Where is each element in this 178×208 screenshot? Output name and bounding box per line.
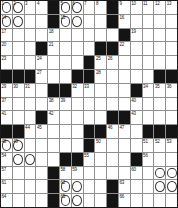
cell-r6c8[interactable] <box>95 84 106 97</box>
clue-number: 62 <box>61 180 66 185</box>
cell-r7c1[interactable] <box>13 98 24 111</box>
cell-r10c6[interactable] <box>72 139 83 152</box>
clue-number: 41 <box>2 111 7 116</box>
circle-marker <box>72 195 82 206</box>
cell-r3c1[interactable] <box>13 42 24 55</box>
block-r14c9 <box>107 194 118 207</box>
cell-r5c3[interactable]: 27 <box>36 70 47 83</box>
cell-r5c10[interactable] <box>119 70 130 83</box>
cell-r3c7[interactable] <box>84 42 95 55</box>
cell-r8c6[interactable] <box>72 111 83 124</box>
cell-r12c9[interactable] <box>107 167 118 180</box>
clue-number: 38 <box>49 98 54 103</box>
cell-r9c5[interactable] <box>60 125 71 138</box>
clue-number: 31 <box>25 84 30 89</box>
cell-r7c11[interactable]: 40 <box>131 98 142 111</box>
cell-r0c14[interactable]: 13 <box>166 1 177 14</box>
block-r3c9 <box>107 42 118 55</box>
cell-r14c10[interactable]: 66 <box>119 194 130 207</box>
clue-number: 61 <box>2 180 7 185</box>
cell-r3c11[interactable] <box>131 42 142 55</box>
cell-r6c12[interactable]: 34 <box>143 84 154 97</box>
cell-r10c5[interactable] <box>60 139 71 152</box>
clue-number: 2 <box>13 1 15 6</box>
clue-number: 4 <box>37 1 39 6</box>
cell-r7c14[interactable] <box>166 98 177 111</box>
cell-r6c6[interactable]: 32 <box>72 84 83 97</box>
clue-number: 45 <box>37 125 42 130</box>
cell-r3c0[interactable]: 20 <box>1 42 12 55</box>
clue-number: 9 <box>120 1 122 6</box>
circle-marker <box>13 154 23 165</box>
clue-number: 48 <box>2 139 7 144</box>
clue-number: 59 <box>72 167 77 172</box>
cell-r2c2[interactable] <box>25 29 36 42</box>
clue-number: 17 <box>2 29 7 34</box>
cell-r7c13[interactable] <box>154 98 165 111</box>
cell-r0c6[interactable]: 6 <box>72 1 83 14</box>
cell-r0c5[interactable]: 5 <box>60 1 71 14</box>
cell-r4c8[interactable]: 25 <box>95 56 106 69</box>
cell-r3c12[interactable] <box>143 42 154 55</box>
cell-r11c7[interactable]: 55 <box>84 153 95 166</box>
cell-r10c9[interactable] <box>107 139 118 152</box>
clue-number: 16 <box>120 15 125 20</box>
cell-r1c2[interactable] <box>25 15 36 28</box>
cell-r2c6[interactable] <box>72 29 83 42</box>
clue-number: 63 <box>120 180 125 185</box>
cell-r1c13[interactable] <box>154 15 165 28</box>
cell-r14c12[interactable] <box>143 194 154 207</box>
cell-r8c8[interactable] <box>95 111 106 124</box>
block-r9c13 <box>154 125 165 138</box>
block-r5c7 <box>84 70 95 83</box>
clue-number: 54 <box>2 153 7 158</box>
cell-r2c11[interactable]: 19 <box>131 29 142 42</box>
cell-r2c0[interactable]: 17 <box>1 29 12 42</box>
cell-r9c4[interactable] <box>48 125 59 138</box>
cell-r13c2[interactable] <box>25 180 36 193</box>
cell-r10c1[interactable]: 49 <box>13 139 24 152</box>
cell-r12c13[interactable] <box>154 167 165 180</box>
cell-r11c8[interactable] <box>95 153 106 166</box>
cell-r5c4[interactable] <box>48 70 59 83</box>
cell-r0c3[interactable]: 4 <box>36 1 47 14</box>
clue-number: 46 <box>108 125 113 130</box>
cell-r8c12[interactable] <box>143 111 154 124</box>
cell-r10c13[interactable]: 52 <box>154 139 165 152</box>
cell-r12c11[interactable]: 60 <box>131 167 142 180</box>
clue-number: 28 <box>96 70 101 75</box>
cell-r10c0[interactable]: 48 <box>1 139 12 152</box>
cell-r0c2[interactable]: 3 <box>25 1 36 14</box>
cell-r7c10[interactable] <box>119 98 130 111</box>
cell-r1c8[interactable] <box>95 15 106 28</box>
clue-number: 56 <box>143 153 148 158</box>
cell-r14c3[interactable] <box>36 194 47 207</box>
cell-r13c3[interactable] <box>36 180 47 193</box>
block-r0c4 <box>48 1 59 14</box>
clue-number: 44 <box>25 125 30 130</box>
clue-number: 18 <box>49 29 54 34</box>
cell-r1c11[interactable] <box>131 15 142 28</box>
cell-r6c1[interactable]: 30 <box>13 84 24 97</box>
cell-r1c14[interactable] <box>166 15 177 28</box>
cell-r12c8[interactable] <box>95 167 106 180</box>
cell-r8c0[interactable]: 41 <box>1 111 12 124</box>
cell-r11c13[interactable] <box>154 153 165 166</box>
cell-r12c10[interactable] <box>119 167 130 180</box>
block-r6c5 <box>60 84 71 97</box>
cell-r5c8[interactable]: 28 <box>95 70 106 83</box>
block-r5c13 <box>154 70 165 83</box>
cell-r12c3[interactable] <box>36 167 47 180</box>
cell-r6c2[interactable]: 31 <box>25 84 36 97</box>
cell-r1c7[interactable] <box>84 15 95 28</box>
cell-r5c12[interactable] <box>143 70 154 83</box>
cell-r3c2[interactable] <box>25 42 36 55</box>
clue-number: 33 <box>84 84 89 89</box>
cell-r0c10[interactable]: 9 <box>119 1 130 14</box>
clue-number: 52 <box>155 139 160 144</box>
cell-r3c14[interactable] <box>166 42 177 55</box>
clue-number: 36 <box>167 84 172 89</box>
cell-r11c12[interactable]: 56 <box>143 153 154 166</box>
cell-r6c0[interactable]: 29 <box>1 84 12 97</box>
block-r5c1 <box>13 70 24 83</box>
clue-number: 6 <box>72 1 74 6</box>
cell-r11c4[interactable] <box>48 153 59 166</box>
block-r5c0 <box>1 70 12 83</box>
cell-r2c9[interactable] <box>107 29 118 42</box>
block-r6c4 <box>48 84 59 97</box>
cell-r2c4[interactable]: 18 <box>48 29 59 42</box>
cell-r1c6[interactable] <box>72 15 83 28</box>
cell-r2c7[interactable] <box>84 29 95 42</box>
block-r13c9 <box>107 180 118 193</box>
cell-r4c1[interactable] <box>13 56 24 69</box>
cell-r1c10[interactable]: 16 <box>119 15 130 28</box>
cell-r0c0[interactable]: 1 <box>1 1 12 14</box>
clue-number: 57 <box>2 167 7 172</box>
block-r3c8 <box>95 42 106 55</box>
cell-r6c9[interactable] <box>107 84 118 97</box>
block-r10c7 <box>84 139 95 152</box>
cell-r2c12[interactable] <box>143 29 154 42</box>
cell-r12c7[interactable] <box>84 167 95 180</box>
clue-number: 3 <box>25 1 27 6</box>
cell-r11c3[interactable] <box>36 153 47 166</box>
clue-number: 25 <box>96 56 101 61</box>
cell-r10c14[interactable]: 53 <box>166 139 177 152</box>
cell-r5c11[interactable] <box>131 70 142 83</box>
clue-number: 20 <box>2 42 7 47</box>
cell-r13c7[interactable] <box>84 180 95 193</box>
cell-r10c11[interactable] <box>131 139 142 152</box>
clue-number: 66 <box>120 194 125 199</box>
cell-r3c4[interactable]: 21 <box>48 42 59 55</box>
cell-r7c0[interactable]: 37 <box>1 98 12 111</box>
cell-r12c6[interactable]: 59 <box>72 167 83 180</box>
cell-r14c6[interactable] <box>72 194 83 207</box>
cell-r11c2[interactable] <box>25 153 36 166</box>
cell-r14c13[interactable] <box>154 194 165 207</box>
clue-number: 47 <box>120 125 125 130</box>
block-r11c6 <box>72 153 83 166</box>
cell-r10c4[interactable] <box>48 139 59 152</box>
clue-number: 29 <box>2 84 7 89</box>
cell-r4c2[interactable] <box>25 56 36 69</box>
cell-r8c2[interactable] <box>25 111 36 124</box>
cell-r9c6[interactable] <box>72 125 83 138</box>
cell-r14c2[interactable] <box>25 194 36 207</box>
cell-r4c3[interactable]: 24 <box>36 56 47 69</box>
cell-r2c1[interactable] <box>13 29 24 42</box>
clue-number: 65 <box>61 194 66 199</box>
cell-r11c10[interactable] <box>119 153 130 166</box>
block-r5c6 <box>72 70 83 83</box>
clue-number: 30 <box>13 84 18 89</box>
block-r5c14 <box>166 70 177 83</box>
clue-number: 55 <box>84 153 89 158</box>
circle-marker <box>72 181 82 192</box>
cell-r11c1[interactable] <box>13 153 24 166</box>
cell-r7c7[interactable] <box>84 98 95 111</box>
cell-r4c11[interactable] <box>131 56 142 69</box>
cell-r11c9[interactable] <box>107 153 118 166</box>
block-r1c9 <box>107 15 118 28</box>
clue-number: 50 <box>96 139 101 144</box>
clue-number: 58 <box>61 167 66 172</box>
cell-r1c3[interactable] <box>36 15 47 28</box>
cell-r8c4[interactable]: 42 <box>48 111 59 124</box>
clue-number: 51 <box>143 139 148 144</box>
cell-r13c1[interactable] <box>13 180 24 193</box>
block-r11c11 <box>131 153 142 166</box>
block-r11c5 <box>60 153 71 166</box>
clue-number: 40 <box>131 98 136 103</box>
cell-r12c12[interactable] <box>143 167 154 180</box>
cell-r1c1[interactable] <box>13 15 24 28</box>
cell-r8c11[interactable]: 43 <box>131 111 142 124</box>
block-r0c9 <box>107 1 118 14</box>
clue-number: 12 <box>155 1 160 6</box>
circle-marker <box>13 16 23 27</box>
cell-r13c14[interactable] <box>166 180 177 193</box>
block-r8c10 <box>119 111 130 124</box>
cell-r2c8[interactable] <box>95 29 106 42</box>
clue-number: 39 <box>61 98 66 103</box>
cell-r6c14[interactable]: 36 <box>166 84 177 97</box>
cell-r2c14[interactable] <box>166 29 177 42</box>
cell-r13c8[interactable] <box>95 180 106 193</box>
cell-r14c0[interactable]: 64 <box>1 194 12 207</box>
cell-r4c5[interactable] <box>60 56 71 69</box>
clue-number: 42 <box>49 111 54 116</box>
block-r8c3 <box>36 111 47 124</box>
cell-r13c0[interactable]: 61 <box>1 180 12 193</box>
cell-r6c3[interactable] <box>36 84 47 97</box>
cell-r10c10[interactable] <box>119 139 130 152</box>
circle-marker <box>155 181 165 192</box>
clue-number: 24 <box>37 56 42 61</box>
block-r9c8 <box>95 125 106 138</box>
cell-r0c12[interactable]: 11 <box>143 1 154 14</box>
cell-r0c7[interactable]: 7 <box>84 1 95 14</box>
block-r6c11 <box>131 84 142 97</box>
cell-r1c5[interactable]: 15 <box>60 15 71 28</box>
cell-r5c9[interactable] <box>107 70 118 83</box>
cell-r1c12[interactable] <box>143 15 154 28</box>
cell-r8c14[interactable] <box>166 111 177 124</box>
cell-r7c8[interactable] <box>95 98 106 111</box>
block-r13c4 <box>48 180 59 193</box>
circle-marker <box>25 154 35 165</box>
cell-r13c10[interactable]: 63 <box>119 180 130 193</box>
cell-r13c6[interactable] <box>72 180 83 193</box>
block-r9c0 <box>1 125 12 138</box>
block-r4c7 <box>84 56 95 69</box>
cell-r7c6[interactable] <box>72 98 83 111</box>
cell-r7c5[interactable]: 39 <box>60 98 71 111</box>
cell-r0c8[interactable]: 8 <box>95 1 106 14</box>
block-r5c2 <box>25 70 36 83</box>
clue-number: 5 <box>61 1 63 6</box>
clue-number: 49 <box>13 139 18 144</box>
clue-number: 11 <box>143 1 147 6</box>
cell-r7c2[interactable] <box>25 98 36 111</box>
block-r2c10 <box>119 29 130 42</box>
cell-r1c0[interactable]: 14 <box>1 15 12 28</box>
clue-number: 13 <box>167 1 172 6</box>
circle-marker <box>167 181 177 192</box>
cell-r9c3[interactable]: 45 <box>36 125 47 138</box>
clue-number: 37 <box>2 98 7 103</box>
cell-r10c3[interactable] <box>36 139 47 152</box>
clue-number: 23 <box>2 56 7 61</box>
cell-r4c12[interactable] <box>143 56 154 69</box>
clue-number: 53 <box>167 139 172 144</box>
cell-r3c10[interactable]: 22 <box>119 42 130 55</box>
clue-number: 26 <box>108 56 113 61</box>
cell-r8c7[interactable] <box>84 111 95 124</box>
clue-number: 27 <box>37 70 42 75</box>
cell-r9c10[interactable]: 47 <box>119 125 130 138</box>
cell-r14c14[interactable] <box>166 194 177 207</box>
block-r9c1 <box>13 125 24 138</box>
crossword-grid: 1234567891011121314151617181920212223242… <box>0 0 178 208</box>
cell-r3c13[interactable] <box>154 42 165 55</box>
cell-r6c13[interactable]: 35 <box>154 84 165 97</box>
cell-r4c0[interactable]: 23 <box>1 56 12 69</box>
cell-r9c2[interactable]: 44 <box>25 125 36 138</box>
block-r9c12 <box>143 125 154 138</box>
cell-r9c11[interactable] <box>131 125 142 138</box>
cell-r2c5[interactable] <box>60 29 71 42</box>
block-r3c3 <box>36 42 47 55</box>
cell-r12c14[interactable] <box>166 167 177 180</box>
cell-r13c13[interactable] <box>154 180 165 193</box>
cell-r9c9[interactable]: 46 <box>107 125 118 138</box>
cell-r4c4[interactable] <box>48 56 59 69</box>
crossword-puzzle: 1234567891011121314151617181920212223242… <box>0 0 178 208</box>
cell-r4c9[interactable]: 26 <box>107 56 118 69</box>
circle-marker <box>167 168 177 179</box>
cell-r11c14[interactable] <box>166 153 177 166</box>
clue-number: 60 <box>131 167 136 172</box>
cell-r10c8[interactable]: 50 <box>95 139 106 152</box>
cell-r12c0[interactable]: 57 <box>1 167 12 180</box>
clue-number: 15 <box>61 15 66 20</box>
cell-r10c12[interactable]: 51 <box>143 139 154 152</box>
cell-r14c11[interactable] <box>131 194 142 207</box>
clue-number: 10 <box>131 1 136 6</box>
block-r1c4 <box>48 15 59 28</box>
cell-r7c3[interactable] <box>36 98 47 111</box>
clue-number: 34 <box>143 84 148 89</box>
circle-marker <box>155 168 165 179</box>
cell-r14c5[interactable]: 65 <box>60 194 71 207</box>
cell-r11c0[interactable]: 54 <box>1 153 12 166</box>
cell-r4c10[interactable] <box>119 56 130 69</box>
cell-r3c5[interactable] <box>60 42 71 55</box>
cell-r4c13[interactable] <box>154 56 165 69</box>
cell-r6c10[interactable] <box>119 84 130 97</box>
cell-r0c11[interactable]: 10 <box>131 1 142 14</box>
clue-number: 22 <box>120 42 125 47</box>
cell-r12c1[interactable] <box>13 167 24 180</box>
cell-r2c3[interactable] <box>36 29 47 42</box>
cell-r14c8[interactable] <box>95 194 106 207</box>
clue-number: 1 <box>2 1 4 6</box>
clue-number: 64 <box>2 194 7 199</box>
block-r14c4 <box>48 194 59 207</box>
clue-number: 8 <box>96 1 98 6</box>
cell-r7c9[interactable] <box>107 98 118 111</box>
cell-r14c1[interactable] <box>13 194 24 207</box>
circle-marker <box>72 16 82 27</box>
clue-number: 32 <box>72 84 77 89</box>
cell-r4c6[interactable] <box>72 56 83 69</box>
cell-r8c1[interactable] <box>13 111 24 124</box>
cell-r12c5[interactable]: 58 <box>60 167 71 180</box>
cell-r12c2[interactable] <box>25 167 36 180</box>
cell-r7c12[interactable] <box>143 98 154 111</box>
clue-number: 7 <box>84 1 86 6</box>
cell-r5c5[interactable] <box>60 70 71 83</box>
cell-r8c5[interactable] <box>60 111 71 124</box>
cell-r7c4[interactable]: 38 <box>48 98 59 111</box>
cell-r3c6[interactable] <box>72 42 83 55</box>
block-r8c9 <box>107 111 118 124</box>
cell-r2c13[interactable] <box>154 29 165 42</box>
cell-r0c13[interactable]: 12 <box>154 1 165 14</box>
block-r12c4 <box>48 167 59 180</box>
cell-r8c13[interactable] <box>154 111 165 124</box>
block-r9c14 <box>166 125 177 138</box>
cell-r10c2[interactable] <box>25 139 36 152</box>
clue-number: 35 <box>155 84 160 89</box>
clue-number: 14 <box>2 15 7 20</box>
cell-r13c5[interactable]: 62 <box>60 180 71 193</box>
cell-r13c11[interactable] <box>131 180 142 193</box>
cell-r0c1[interactable]: 2 <box>13 1 24 14</box>
clue-number: 21 <box>49 42 54 47</box>
cell-r6c7[interactable]: 33 <box>84 84 95 97</box>
cell-r14c7[interactable] <box>84 194 95 207</box>
cell-r4c14[interactable] <box>166 56 177 69</box>
cell-r13c12[interactable] <box>143 180 154 193</box>
